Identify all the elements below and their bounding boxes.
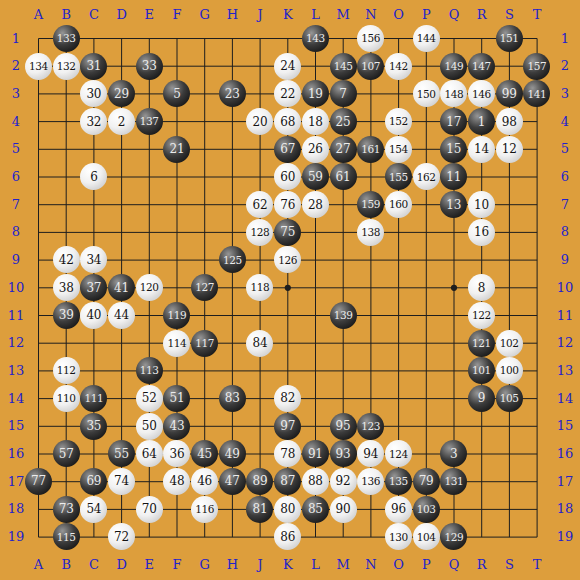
stone-black-51-F14: 51 (163, 385, 190, 412)
stone-black-97-K15: 97 (274, 413, 301, 440)
column-label-top-B: B (55, 8, 77, 22)
stone-white-2-D4: 2 (108, 108, 135, 135)
row-label-right-13: 13 (552, 364, 578, 378)
stone-black-115-B19: 115 (53, 523, 80, 550)
move-number: 12 (502, 143, 517, 155)
move-number: 120 (140, 282, 159, 293)
stone-black-49-H16: 49 (219, 440, 246, 467)
move-number: 64 (142, 448, 157, 460)
move-number: 45 (197, 448, 212, 460)
stone-white-104-P19: 104 (413, 523, 440, 550)
stone-white-126-K9: 126 (274, 246, 301, 273)
stone-white-76-K7: 76 (274, 191, 301, 218)
move-number: 27 (336, 143, 351, 155)
move-number: 54 (86, 503, 101, 515)
move-number: 110 (57, 393, 76, 404)
stone-black-41-D10: 41 (108, 274, 135, 301)
stone-white-44-D11: 44 (108, 302, 135, 329)
move-number: 98 (502, 116, 517, 128)
move-number: 127 (195, 282, 214, 293)
stone-black-159-N7: 159 (357, 191, 384, 218)
stone-black-129-Q19: 129 (440, 523, 467, 550)
move-number: 100 (500, 365, 519, 376)
stone-white-42-B9: 42 (53, 246, 80, 273)
move-number: 83 (225, 392, 240, 404)
column-label-bottom-T: T (526, 558, 548, 572)
stone-black-107-N2: 107 (357, 53, 384, 80)
stone-black-39-B11: 39 (53, 302, 80, 329)
row-label-right-15: 15 (552, 419, 578, 433)
column-label-bottom-H: H (221, 558, 243, 572)
stone-white-138-N8: 138 (357, 219, 384, 246)
stone-black-149-Q2: 149 (440, 53, 467, 80)
move-number: 143 (306, 33, 325, 44)
stone-black-29-D3: 29 (108, 80, 135, 107)
move-number: 2 (118, 116, 125, 128)
move-number: 160 (389, 199, 408, 210)
stone-black-47-H17: 47 (219, 468, 246, 495)
row-label-right-18: 18 (552, 502, 578, 516)
stone-white-60-K6: 60 (274, 163, 301, 190)
move-number: 97 (280, 420, 295, 432)
move-number: 24 (280, 60, 295, 72)
column-label-top-E: E (138, 8, 160, 22)
stone-black-145-M2: 145 (330, 53, 357, 80)
column-label-bottom-O: O (388, 558, 410, 572)
move-number: 102 (500, 338, 519, 349)
stone-white-132-B2: 132 (53, 53, 80, 80)
stone-black-87-K17: 87 (274, 468, 301, 495)
column-label-bottom-J: J (249, 558, 271, 572)
stone-black-119-F11: 119 (163, 302, 190, 329)
move-number: 136 (361, 476, 380, 487)
move-number: 49 (225, 448, 240, 460)
stone-white-80-K18: 80 (274, 496, 301, 523)
column-label-bottom-A: A (28, 558, 50, 572)
stones-grid: 1235678910111213141516171819202122232425… (25, 25, 551, 551)
move-number: 121 (472, 338, 491, 349)
stone-white-136-N17: 136 (357, 468, 384, 495)
row-label-right-10: 10 (552, 281, 578, 295)
stone-white-154-O5: 154 (385, 136, 412, 163)
stone-black-133-B1: 133 (53, 25, 80, 52)
row-label-right-16: 16 (552, 447, 578, 461)
move-number: 148 (444, 89, 463, 100)
stone-white-152-O4: 152 (385, 108, 412, 135)
stone-white-64-E16: 64 (136, 440, 163, 467)
move-number: 118 (251, 282, 270, 293)
column-label-bottom-B: B (55, 558, 77, 572)
stone-white-118-J10: 118 (246, 274, 273, 301)
move-number: 79 (419, 475, 434, 487)
stone-black-89-J17: 89 (246, 468, 273, 495)
move-number: 22 (280, 88, 295, 100)
stone-black-147-R2: 147 (468, 53, 495, 80)
column-label-top-D: D (111, 8, 133, 22)
stone-black-123-N15: 123 (357, 413, 384, 440)
move-number: 7 (339, 88, 346, 100)
move-number: 16 (474, 226, 489, 238)
stone-black-35-C15: 35 (80, 413, 107, 440)
row-label-right-6: 6 (552, 170, 578, 184)
stone-black-99-S3: 99 (496, 80, 523, 107)
stone-black-155-O6: 155 (385, 163, 412, 190)
stone-black-7-M3: 7 (330, 80, 357, 107)
move-number: 150 (417, 89, 436, 100)
move-number: 47 (225, 475, 240, 487)
stone-white-86-K19: 86 (274, 523, 301, 550)
column-label-bottom-R: R (471, 558, 493, 572)
row-label-right-4: 4 (552, 115, 578, 129)
column-label-top-H: H (221, 8, 243, 22)
column-label-top-J: J (249, 8, 271, 22)
column-label-top-M: M (332, 8, 354, 22)
stone-white-72-D19: 72 (108, 523, 135, 550)
stone-white-162-P6: 162 (413, 163, 440, 190)
stone-black-111-C14: 111 (80, 385, 107, 412)
row-label-right-11: 11 (552, 309, 578, 323)
column-label-top-S: S (498, 8, 520, 22)
column-label-bottom-C: C (83, 558, 105, 572)
move-number: 76 (280, 199, 295, 211)
stone-black-57-B16: 57 (53, 440, 80, 467)
move-number: 137 (140, 116, 159, 127)
move-number: 128 (251, 227, 270, 238)
move-number: 35 (86, 420, 101, 432)
stone-black-91-L16: 91 (302, 440, 329, 467)
move-number: 132 (57, 61, 76, 72)
stone-black-9-R14: 9 (468, 385, 495, 412)
stone-black-55-D16: 55 (108, 440, 135, 467)
move-number: 52 (142, 392, 157, 404)
stone-white-62-J7: 62 (246, 191, 273, 218)
stone-white-48-F17: 48 (163, 468, 190, 495)
move-number: 81 (253, 503, 268, 515)
move-number: 3 (450, 448, 457, 460)
stone-black-69-C17: 69 (80, 468, 107, 495)
move-number: 50 (142, 420, 157, 432)
move-number: 48 (169, 475, 184, 487)
row-label-right-1: 1 (552, 32, 578, 46)
move-number: 78 (280, 448, 295, 460)
stone-white-18-L4: 18 (302, 108, 329, 135)
stone-white-124-O16: 124 (385, 440, 412, 467)
go-board: ABCDEFGHJKLMNOPQRST ABCDEFGHJKLMNOPQRST … (0, 0, 580, 580)
stone-black-17-Q4: 17 (440, 108, 467, 135)
move-number: 135 (389, 476, 408, 487)
column-label-bottom-Q: Q (443, 558, 465, 572)
move-number: 73 (59, 503, 74, 515)
move-number: 91 (308, 448, 323, 460)
stone-black-21-F5: 21 (163, 136, 190, 163)
move-number: 80 (280, 503, 295, 515)
stone-white-100-S13: 100 (496, 357, 523, 384)
move-number: 144 (417, 33, 436, 44)
move-number: 13 (446, 199, 461, 211)
column-label-bottom-M: M (332, 558, 354, 572)
move-number: 86 (280, 531, 295, 543)
stone-white-74-D17: 74 (108, 468, 135, 495)
column-label-bottom-P: P (415, 558, 437, 572)
stone-black-113-E13: 113 (136, 357, 163, 384)
move-number: 70 (142, 503, 157, 515)
stone-white-128-J8: 128 (246, 219, 273, 246)
stone-black-79-P17: 79 (413, 468, 440, 495)
move-number: 122 (472, 310, 491, 321)
stone-black-135-O17: 135 (385, 468, 412, 495)
move-number: 57 (59, 448, 74, 460)
move-number: 62 (253, 199, 268, 211)
move-number: 154 (389, 144, 408, 155)
move-number: 43 (169, 420, 184, 432)
stone-white-70-E18: 70 (136, 496, 163, 523)
stone-black-43-F15: 43 (163, 413, 190, 440)
stone-white-116-G18: 116 (191, 496, 218, 523)
move-number: 101 (472, 365, 491, 376)
move-number: 133 (57, 33, 76, 44)
move-number: 149 (444, 61, 463, 72)
move-number: 113 (140, 365, 159, 376)
stone-white-14-R5: 14 (468, 136, 495, 163)
stone-white-84-J12: 84 (246, 330, 273, 357)
move-number: 26 (308, 143, 323, 155)
move-number: 155 (389, 172, 408, 183)
move-number: 1 (478, 116, 485, 128)
row-label-right-12: 12 (552, 336, 578, 350)
move-number: 5 (173, 88, 180, 100)
move-number: 15 (446, 143, 461, 155)
stone-black-137-E4: 137 (136, 108, 163, 135)
stone-black-125-H9: 125 (219, 246, 246, 273)
stone-black-121-R12: 121 (468, 330, 495, 357)
column-label-top-C: C (83, 8, 105, 22)
stone-white-142-O2: 142 (385, 53, 412, 80)
stone-white-90-M18: 90 (330, 496, 357, 523)
stone-white-150-P3: 150 (413, 80, 440, 107)
stone-white-96-O18: 96 (385, 496, 412, 523)
move-number: 39 (59, 309, 74, 321)
move-number: 93 (336, 448, 351, 460)
stone-white-160-O7: 160 (385, 191, 412, 218)
move-number: 36 (169, 448, 184, 460)
move-number: 9 (478, 392, 485, 404)
move-number: 130 (389, 532, 408, 543)
stone-black-27-M5: 27 (330, 136, 357, 163)
row-label-right-2: 2 (552, 59, 578, 73)
stone-black-23-H3: 23 (219, 80, 246, 107)
column-label-top-O: O (388, 8, 410, 22)
stone-white-146-R3: 146 (468, 80, 495, 107)
move-number: 145 (334, 61, 353, 72)
move-number: 125 (223, 255, 242, 266)
stone-white-8-R10: 8 (468, 274, 495, 301)
move-number: 142 (389, 61, 408, 72)
column-label-top-Q: Q (443, 8, 465, 22)
move-number: 112 (57, 365, 76, 376)
stone-black-25-M4: 25 (330, 108, 357, 135)
column-label-bottom-S: S (498, 558, 520, 572)
column-label-bottom-E: E (138, 558, 160, 572)
move-number: 89 (253, 475, 268, 487)
stone-white-20-J4: 20 (246, 108, 273, 135)
move-number: 33 (142, 60, 157, 72)
stone-white-12-S5: 12 (496, 136, 523, 163)
row-label-right-8: 8 (552, 225, 578, 239)
move-number: 61 (336, 171, 351, 183)
column-label-bottom-D: D (111, 558, 133, 572)
move-number: 29 (114, 88, 129, 100)
row-label-right-14: 14 (552, 392, 578, 406)
move-number: 126 (278, 255, 297, 266)
stone-black-3-Q16: 3 (440, 440, 467, 467)
move-number: 42 (59, 254, 74, 266)
move-number: 96 (391, 503, 406, 515)
stone-white-34-C9: 34 (80, 246, 107, 273)
move-number: 85 (308, 503, 323, 515)
column-label-top-R: R (471, 8, 493, 22)
stone-white-88-L17: 88 (302, 468, 329, 495)
stone-black-117-G12: 117 (191, 330, 218, 357)
stone-black-101-R13: 101 (468, 357, 495, 384)
move-number: 90 (336, 503, 351, 515)
stone-black-15-Q5: 15 (440, 136, 467, 163)
move-number: 105 (500, 393, 519, 404)
column-label-bottom-G: G (194, 558, 216, 572)
stone-white-28-L7: 28 (302, 191, 329, 218)
move-number: 23 (225, 88, 240, 100)
move-number: 95 (336, 420, 351, 432)
stone-white-36-F16: 36 (163, 440, 190, 467)
move-number: 134 (29, 61, 48, 72)
stone-white-144-P1: 144 (413, 25, 440, 52)
stone-white-98-S4: 98 (496, 108, 523, 135)
stone-white-54-C18: 54 (80, 496, 107, 523)
move-number: 14 (474, 143, 489, 155)
stone-white-114-F12: 114 (163, 330, 190, 357)
stone-white-32-C4: 32 (80, 108, 107, 135)
column-label-top-A: A (28, 8, 50, 22)
move-number: 88 (308, 475, 323, 487)
move-number: 99 (502, 88, 517, 100)
column-label-bottom-K: K (277, 558, 299, 572)
row-label-right-19: 19 (552, 530, 578, 544)
column-label-top-P: P (415, 8, 437, 22)
stone-black-143-L1: 143 (302, 25, 329, 52)
stone-black-1-R4: 1 (468, 108, 495, 135)
stone-black-13-Q7: 13 (440, 191, 467, 218)
stone-black-5-F3: 5 (163, 80, 190, 107)
stone-white-148-Q3: 148 (440, 80, 467, 107)
stone-white-40-C11: 40 (80, 302, 107, 329)
move-number: 74 (114, 475, 129, 487)
move-number: 103 (417, 504, 436, 515)
move-number: 20 (253, 116, 268, 128)
stone-white-134-A2: 134 (25, 53, 52, 80)
move-number: 151 (500, 33, 519, 44)
stone-black-31-C2: 31 (80, 53, 107, 80)
move-number: 123 (361, 421, 380, 432)
move-number: 111 (84, 393, 103, 404)
move-number: 18 (308, 116, 323, 128)
move-number: 92 (336, 475, 351, 487)
move-number: 28 (308, 199, 323, 211)
column-label-top-F: F (166, 8, 188, 22)
move-number: 156 (361, 33, 380, 44)
stone-white-6-C6: 6 (80, 163, 107, 190)
move-number: 161 (361, 144, 380, 155)
column-label-top-N: N (360, 8, 382, 22)
move-number: 69 (86, 475, 101, 487)
move-number: 25 (336, 116, 351, 128)
stone-white-92-M17: 92 (330, 468, 357, 495)
stone-black-127-G10: 127 (191, 274, 218, 301)
move-number: 82 (280, 392, 295, 404)
move-number: 8 (478, 282, 485, 294)
move-number: 129 (444, 532, 463, 543)
move-number: 38 (59, 282, 74, 294)
stone-white-102-S12: 102 (496, 330, 523, 357)
stone-white-46-G17: 46 (191, 468, 218, 495)
move-number: 141 (527, 89, 546, 100)
column-label-bottom-L: L (305, 558, 327, 572)
stone-black-33-E2: 33 (136, 53, 163, 80)
stone-white-82-K14: 82 (274, 385, 301, 412)
stone-black-59-L6: 59 (302, 163, 329, 190)
move-number: 21 (169, 143, 184, 155)
move-number: 77 (31, 475, 46, 487)
stone-white-24-K2: 24 (274, 53, 301, 80)
stone-black-157-T2: 157 (523, 53, 550, 80)
column-label-top-K: K (277, 8, 299, 22)
stone-black-95-M15: 95 (330, 413, 357, 440)
move-number: 152 (389, 116, 408, 127)
stone-white-78-K16: 78 (274, 440, 301, 467)
move-number: 17 (446, 116, 461, 128)
stone-white-110-B14: 110 (53, 385, 80, 412)
stone-white-22-K3: 22 (274, 80, 301, 107)
move-number: 34 (86, 254, 101, 266)
move-number: 159 (361, 199, 380, 210)
column-label-top-G: G (194, 8, 216, 22)
stone-white-38-B10: 38 (53, 274, 80, 301)
move-number: 37 (86, 282, 101, 294)
stone-black-75-K8: 75 (274, 219, 301, 246)
stone-black-141-T3: 141 (523, 80, 550, 107)
move-number: 32 (86, 116, 101, 128)
move-number: 147 (472, 61, 491, 72)
move-number: 46 (197, 475, 212, 487)
move-number: 68 (280, 116, 295, 128)
stone-white-26-L5: 26 (302, 136, 329, 163)
stone-black-37-C10: 37 (80, 274, 107, 301)
move-number: 114 (168, 338, 187, 349)
stone-white-122-R11: 122 (468, 302, 495, 329)
stone-white-50-E15: 50 (136, 413, 163, 440)
move-number: 51 (169, 392, 184, 404)
stone-black-83-H14: 83 (219, 385, 246, 412)
move-number: 94 (363, 448, 378, 460)
move-number: 19 (308, 88, 323, 100)
move-number: 11 (446, 171, 461, 183)
column-label-top-L: L (305, 8, 327, 22)
move-number: 84 (253, 337, 268, 349)
stone-white-16-R8: 16 (468, 219, 495, 246)
stone-black-77-A17: 77 (25, 468, 52, 495)
move-number: 67 (280, 143, 295, 155)
move-number: 139 (334, 310, 353, 321)
stone-black-151-S1: 151 (496, 25, 523, 52)
move-number: 157 (527, 61, 546, 72)
